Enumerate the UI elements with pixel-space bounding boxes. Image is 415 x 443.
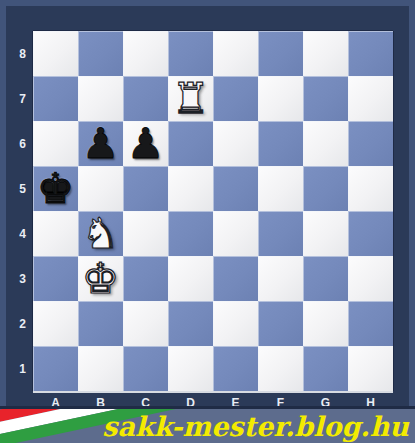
square-d2[interactable] xyxy=(168,301,213,346)
square-g5[interactable] xyxy=(303,166,348,211)
square-c5[interactable] xyxy=(123,166,168,211)
square-a1[interactable] xyxy=(33,346,78,391)
square-b6[interactable]: ♟ xyxy=(78,121,123,166)
square-a2[interactable] xyxy=(33,301,78,346)
square-f3[interactable] xyxy=(258,256,303,301)
rank-label-5: 5 xyxy=(12,166,33,211)
square-a5[interactable]: ♚ xyxy=(33,166,78,211)
square-e8[interactable] xyxy=(213,31,258,76)
rank-label-7: 7 xyxy=(12,76,33,121)
square-h8[interactable] xyxy=(348,31,393,76)
black-king: ♚ xyxy=(37,166,75,211)
square-e6[interactable] xyxy=(213,121,258,166)
page: 87654321 ♜♟♟♚♞♚ ABCDEFGH sakk-mester.blo… xyxy=(0,0,415,443)
square-b2[interactable] xyxy=(78,301,123,346)
square-d5[interactable] xyxy=(168,166,213,211)
square-e3[interactable] xyxy=(213,256,258,301)
rank-label-6: 6 xyxy=(12,121,33,166)
square-g3[interactable] xyxy=(303,256,348,301)
footer: sakk-mester.blog.hu xyxy=(0,406,415,443)
square-g1[interactable] xyxy=(303,346,348,391)
square-h6[interactable] xyxy=(348,121,393,166)
square-d4[interactable] xyxy=(168,211,213,256)
square-e2[interactable] xyxy=(213,301,258,346)
board-panel: 87654321 ♜♟♟♚♞♚ ABCDEFGH xyxy=(0,0,415,406)
square-f2[interactable] xyxy=(258,301,303,346)
square-e4[interactable] xyxy=(213,211,258,256)
square-f4[interactable] xyxy=(258,211,303,256)
square-c8[interactable] xyxy=(123,31,168,76)
rank-label-8: 8 xyxy=(12,31,33,76)
square-d8[interactable] xyxy=(168,31,213,76)
square-c7[interactable] xyxy=(123,76,168,121)
square-c1[interactable] xyxy=(123,346,168,391)
white-knight: ♞ xyxy=(82,211,120,256)
black-pawn: ♟ xyxy=(82,121,120,166)
site-title: sakk-mester.blog.hu xyxy=(102,409,409,443)
square-b8[interactable] xyxy=(78,31,123,76)
square-a7[interactable] xyxy=(33,76,78,121)
square-f8[interactable] xyxy=(258,31,303,76)
square-g8[interactable] xyxy=(303,31,348,76)
square-g4[interactable] xyxy=(303,211,348,256)
square-b5[interactable] xyxy=(78,166,123,211)
square-h2[interactable] xyxy=(348,301,393,346)
square-f6[interactable] xyxy=(258,121,303,166)
square-g2[interactable] xyxy=(303,301,348,346)
square-f7[interactable] xyxy=(258,76,303,121)
black-pawn: ♟ xyxy=(127,121,165,166)
square-a4[interactable] xyxy=(33,211,78,256)
rank-labels: 87654321 xyxy=(12,31,33,391)
square-b4[interactable]: ♞ xyxy=(78,211,123,256)
square-c3[interactable] xyxy=(123,256,168,301)
square-d1[interactable] xyxy=(168,346,213,391)
square-a6[interactable] xyxy=(33,121,78,166)
square-b7[interactable] xyxy=(78,76,123,121)
square-b3[interactable]: ♚ xyxy=(78,256,123,301)
rank-label-4: 4 xyxy=(12,211,33,256)
square-h3[interactable] xyxy=(348,256,393,301)
square-g6[interactable] xyxy=(303,121,348,166)
square-d6[interactable] xyxy=(168,121,213,166)
square-e7[interactable] xyxy=(213,76,258,121)
square-h7[interactable] xyxy=(348,76,393,121)
white-king: ♚ xyxy=(82,256,120,301)
square-b1[interactable] xyxy=(78,346,123,391)
square-e1[interactable] xyxy=(213,346,258,391)
rank-label-2: 2 xyxy=(12,301,33,346)
rank-label-3: 3 xyxy=(12,256,33,301)
square-h4[interactable] xyxy=(348,211,393,256)
square-g7[interactable] xyxy=(303,76,348,121)
square-f5[interactable] xyxy=(258,166,303,211)
square-c2[interactable] xyxy=(123,301,168,346)
square-h5[interactable] xyxy=(348,166,393,211)
square-f1[interactable] xyxy=(258,346,303,391)
square-c4[interactable] xyxy=(123,211,168,256)
square-c6[interactable]: ♟ xyxy=(123,121,168,166)
square-e5[interactable] xyxy=(213,166,258,211)
white-rook: ♜ xyxy=(172,76,210,121)
square-a8[interactable] xyxy=(33,31,78,76)
square-d7[interactable]: ♜ xyxy=(168,76,213,121)
chess-board: ♜♟♟♚♞♚ xyxy=(33,31,393,391)
square-a3[interactable] xyxy=(33,256,78,301)
rank-label-1: 1 xyxy=(12,346,33,391)
square-h1[interactable] xyxy=(348,346,393,391)
square-d3[interactable] xyxy=(168,256,213,301)
